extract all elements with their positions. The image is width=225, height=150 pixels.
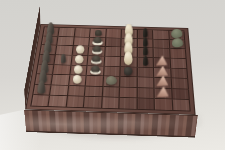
cell-r7c9 — [172, 89, 190, 100]
cell-r4c5 — [104, 56, 121, 66]
cell-r1c2 — [59, 28, 76, 37]
cell-r7c7 — [137, 88, 154, 99]
cell-r8c9 — [172, 100, 190, 112]
small-dark-stone-cone-piece — [60, 54, 65, 64]
cell-r8c3 — [67, 96, 86, 108]
cell-r5c3 — [70, 65, 88, 76]
small-black-cone-piece — [142, 28, 147, 37]
cell-r5c9 — [171, 68, 188, 79]
cell-r4c6 — [121, 57, 138, 67]
cell-r8c2 — [49, 96, 68, 108]
board-top-surface — [25, 24, 196, 115]
game-board-3d — [25, 24, 196, 115]
cell-r6c6 — [120, 77, 137, 88]
rose-flint-triangle-flake-piece — [157, 86, 169, 97]
cell-r5c2 — [53, 65, 71, 76]
cell-r8c1 — [31, 95, 50, 107]
cell-r4c9 — [170, 58, 187, 68]
cell-r7c2 — [51, 85, 70, 96]
cell-r6c4 — [86, 76, 104, 87]
cell-r3c3 — [72, 46, 89, 56]
cell-r8c6 — [120, 98, 138, 110]
cell-r3c9 — [170, 49, 187, 59]
cell-r7c4 — [85, 86, 103, 97]
cell-r8c4 — [84, 97, 102, 109]
rose-flint-triangle-flake-piece — [156, 76, 168, 87]
white-stone-sphere-piece — [76, 46, 84, 54]
cell-r7c8 — [155, 88, 173, 99]
museum-photo-scene — [0, 0, 225, 150]
cell-r3c5 — [105, 47, 122, 57]
cell-r6c2 — [52, 75, 70, 86]
grey-green-stone-lump-piece — [171, 38, 182, 47]
white-disc-with-dark-dome-piece — [91, 45, 102, 54]
cell-r2c5 — [106, 38, 122, 48]
cell-r7c6 — [120, 87, 137, 98]
white-stone-sphere-piece — [74, 65, 83, 74]
small-black-cone-piece — [143, 46, 148, 55]
cell-r6c9 — [171, 78, 189, 89]
cell-r1c3 — [75, 28, 91, 37]
cell-r2c8 — [153, 39, 169, 49]
black-stone-sphere-piece — [124, 66, 133, 75]
cell-r5c6 — [121, 67, 138, 78]
small-black-cone-piece — [142, 37, 147, 46]
cell-r8c8 — [155, 99, 173, 111]
board-grid — [30, 27, 191, 112]
cell-r2c9 — [169, 40, 186, 50]
cell-r6c5 — [103, 76, 120, 87]
cell-r4c2 — [55, 55, 73, 65]
cell-r1c5 — [106, 29, 122, 38]
small-black-cone-piece — [143, 56, 148, 66]
cell-r4c3 — [71, 56, 88, 66]
white-stone-sphere-piece — [75, 55, 84, 64]
cell-r1c8 — [153, 30, 169, 39]
cell-r7c3 — [68, 86, 86, 97]
cell-r6c7 — [137, 77, 154, 88]
white-disc-with-dark-dome-piece — [90, 64, 101, 74]
cell-r7c1 — [33, 85, 52, 96]
cell-r8c7 — [137, 99, 155, 111]
cell-r5c4 — [87, 66, 104, 77]
cell-r8c5 — [102, 98, 120, 110]
cell-r4c7 — [138, 57, 155, 67]
white-disc-with-dark-dome-piece — [92, 36, 102, 45]
cell-r7c5 — [103, 87, 121, 98]
cell-r2c2 — [58, 37, 75, 47]
cell-r6c3 — [69, 75, 87, 86]
white-disc-with-dark-dome-piece — [90, 55, 101, 65]
white-stone-sphere-piece — [73, 75, 82, 84]
rough-grey-stone-lump-piece — [106, 76, 117, 85]
cell-r5c7 — [137, 67, 154, 78]
grey-green-stone-lump-piece — [171, 29, 182, 38]
